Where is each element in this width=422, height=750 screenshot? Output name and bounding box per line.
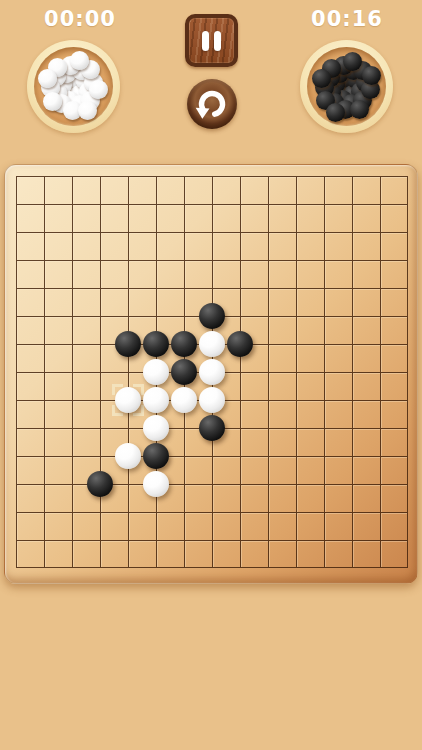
board-cell	[212, 260, 240, 288]
board-cell	[16, 428, 44, 456]
board-cell	[100, 288, 128, 316]
board-cell	[128, 288, 156, 316]
restart-icon	[191, 83, 233, 125]
board-cell	[44, 484, 72, 512]
board-cell	[380, 456, 408, 484]
board-cell	[44, 400, 72, 428]
board-cell	[72, 344, 100, 372]
board-cell	[324, 260, 352, 288]
board-cell	[240, 540, 268, 568]
board-cell	[184, 260, 212, 288]
board-cell	[128, 456, 156, 484]
board-cell	[296, 344, 324, 372]
board-cell	[268, 344, 296, 372]
board-cell	[268, 540, 296, 568]
board-cell	[352, 344, 380, 372]
black-timer: 00:16	[282, 7, 412, 31]
board-cell	[16, 400, 44, 428]
board-cell	[352, 260, 380, 288]
bowl-stone-black	[362, 66, 381, 85]
board-cell	[100, 540, 128, 568]
board-cell	[44, 512, 72, 540]
board-cell	[324, 372, 352, 400]
board-cell	[44, 260, 72, 288]
board-cell	[240, 484, 268, 512]
board-cell	[380, 344, 408, 372]
board-cell	[156, 316, 184, 344]
board-cell	[184, 484, 212, 512]
board-cell	[100, 512, 128, 540]
board-cell	[324, 428, 352, 456]
bowl-stone-black	[312, 69, 331, 88]
board-cell	[268, 456, 296, 484]
bowl-stone-white	[70, 51, 89, 70]
board-cell	[72, 372, 100, 400]
board-cell	[324, 400, 352, 428]
board-cell	[240, 288, 268, 316]
board-cell	[240, 400, 268, 428]
board-cell	[212, 232, 240, 260]
board-cell	[128, 204, 156, 232]
board-cell	[240, 260, 268, 288]
board-cell	[212, 484, 240, 512]
board-cell	[128, 260, 156, 288]
board-cell	[44, 456, 72, 484]
board-cell	[156, 400, 184, 428]
board-cell	[184, 512, 212, 540]
board-cell	[72, 176, 100, 204]
board-cell	[72, 484, 100, 512]
board-cell	[268, 316, 296, 344]
board-cell	[16, 540, 44, 568]
board-cell	[352, 484, 380, 512]
board-cell	[212, 176, 240, 204]
board-cell	[324, 540, 352, 568]
white-bowl-stones	[34, 47, 113, 126]
board-cell	[352, 288, 380, 316]
board-grid	[16, 176, 408, 568]
board-cell	[240, 232, 268, 260]
board-cell	[100, 204, 128, 232]
pause-button[interactable]	[185, 14, 238, 67]
board-cell	[268, 400, 296, 428]
pause-icon	[202, 31, 221, 51]
board-cell	[324, 288, 352, 316]
board-cell	[240, 456, 268, 484]
board-cell	[240, 204, 268, 232]
board-cell	[296, 512, 324, 540]
board-cell	[156, 344, 184, 372]
board-cell	[212, 512, 240, 540]
board-cell	[16, 512, 44, 540]
black-stone-bowl	[300, 40, 393, 133]
board-cell	[240, 316, 268, 344]
board-cell	[352, 176, 380, 204]
board-cell	[128, 344, 156, 372]
board-cell	[44, 316, 72, 344]
board-cell	[240, 428, 268, 456]
board-cell	[44, 372, 72, 400]
board-cell	[352, 540, 380, 568]
board-cell	[72, 540, 100, 568]
board-cell	[352, 232, 380, 260]
board-cell	[380, 484, 408, 512]
board-cell	[296, 540, 324, 568]
board-cell	[100, 316, 128, 344]
game-board[interactable]	[4, 164, 418, 584]
board-cell	[212, 316, 240, 344]
board-cell	[212, 288, 240, 316]
bowl-stone-black	[343, 52, 362, 71]
board-cell	[44, 428, 72, 456]
board-cell	[380, 428, 408, 456]
board-cell	[296, 260, 324, 288]
board-cell	[212, 204, 240, 232]
board-cell	[184, 400, 212, 428]
board-cell	[352, 400, 380, 428]
board-cell	[100, 260, 128, 288]
board-cell	[16, 232, 44, 260]
board-cell	[268, 512, 296, 540]
bowl-stone-white	[38, 69, 57, 88]
board-cell	[72, 288, 100, 316]
board-cell	[352, 204, 380, 232]
board-cell	[296, 428, 324, 456]
board-cell	[296, 400, 324, 428]
board-cell	[16, 288, 44, 316]
board-cell	[380, 400, 408, 428]
board-cell	[128, 176, 156, 204]
board-cell	[212, 456, 240, 484]
board-cell	[184, 176, 212, 204]
board-cell	[156, 204, 184, 232]
board-cell	[184, 428, 212, 456]
board-cell	[324, 456, 352, 484]
board-cell	[156, 512, 184, 540]
board-cell	[324, 344, 352, 372]
board-cell	[72, 204, 100, 232]
board-cell	[128, 512, 156, 540]
board-cell	[16, 316, 44, 344]
board-cell	[100, 428, 128, 456]
board-cell	[184, 540, 212, 568]
board-cell	[212, 344, 240, 372]
board-cell	[128, 540, 156, 568]
board-cell	[212, 428, 240, 456]
board-cell	[268, 204, 296, 232]
board-cell	[72, 456, 100, 484]
board-cell	[16, 344, 44, 372]
board-cell	[380, 540, 408, 568]
board-cell	[380, 316, 408, 344]
board-cell	[296, 316, 324, 344]
board-cell	[156, 372, 184, 400]
board-cell	[352, 428, 380, 456]
board-cell	[268, 232, 296, 260]
board-cell	[184, 316, 212, 344]
board-cell	[324, 512, 352, 540]
board-cell	[72, 316, 100, 344]
board-cell	[324, 484, 352, 512]
restart-button[interactable]	[187, 79, 237, 129]
board-cell	[100, 344, 128, 372]
board-cell	[380, 260, 408, 288]
board-cell	[156, 260, 184, 288]
board-cell	[184, 288, 212, 316]
board-cell	[352, 316, 380, 344]
board-cell	[380, 204, 408, 232]
board-cell	[16, 372, 44, 400]
board-cell	[184, 456, 212, 484]
board-cell	[16, 456, 44, 484]
board-cell	[296, 372, 324, 400]
board-cell	[296, 232, 324, 260]
board-cell	[268, 372, 296, 400]
board-cell	[212, 400, 240, 428]
board-cell	[156, 232, 184, 260]
board-cell	[352, 512, 380, 540]
board-cell	[128, 232, 156, 260]
board-cell	[380, 288, 408, 316]
board-cell	[184, 372, 212, 400]
board-cell	[296, 204, 324, 232]
board-cell	[156, 288, 184, 316]
board-cell	[380, 372, 408, 400]
board-cell	[44, 204, 72, 232]
bowl-stone-white	[78, 101, 97, 120]
board-cell	[16, 176, 44, 204]
board-cell	[324, 232, 352, 260]
board-cell	[296, 176, 324, 204]
board-cell	[44, 232, 72, 260]
board-cell	[268, 176, 296, 204]
board-cell	[156, 484, 184, 512]
board-cell	[72, 428, 100, 456]
board-cell	[156, 540, 184, 568]
board-cell	[100, 232, 128, 260]
board-cell	[72, 400, 100, 428]
bowl-stone-black	[326, 103, 345, 122]
board-cell	[268, 428, 296, 456]
board-cell	[324, 176, 352, 204]
board-cell	[100, 372, 128, 400]
board-cell	[44, 176, 72, 204]
board-cell	[16, 484, 44, 512]
board-cell	[100, 456, 128, 484]
board-cell	[128, 484, 156, 512]
white-stone-bowl	[27, 40, 120, 133]
board-cell	[184, 232, 212, 260]
board-cell	[324, 316, 352, 344]
board-cell	[324, 204, 352, 232]
board-cell	[16, 204, 44, 232]
bowl-stone-black	[350, 100, 369, 119]
board-cell	[184, 344, 212, 372]
board-cell	[128, 400, 156, 428]
board-cell	[352, 456, 380, 484]
board-cell	[268, 484, 296, 512]
board-cell	[240, 512, 268, 540]
board-cell	[156, 456, 184, 484]
board-cell	[44, 344, 72, 372]
bowl-stone-white	[89, 80, 108, 99]
white-timer: 00:00	[15, 7, 145, 31]
board-cell	[100, 400, 128, 428]
board-cell	[184, 204, 212, 232]
board-cell	[240, 344, 268, 372]
board-cell	[296, 484, 324, 512]
board-cell	[128, 372, 156, 400]
board-cell	[268, 260, 296, 288]
board-cell	[212, 372, 240, 400]
board-cell	[44, 540, 72, 568]
black-bowl-stones	[307, 47, 386, 126]
board-cell	[268, 288, 296, 316]
bowl-stone-white	[43, 92, 62, 111]
board-cell	[240, 372, 268, 400]
board-cell	[72, 512, 100, 540]
board-cell	[44, 288, 72, 316]
board-cell	[72, 232, 100, 260]
board-cell	[352, 372, 380, 400]
board-cell	[156, 428, 184, 456]
board-cell	[72, 260, 100, 288]
gomoku-game-screen: 00:00 00:16	[0, 0, 422, 750]
board-cell	[380, 176, 408, 204]
board-cell	[128, 428, 156, 456]
board-cell	[380, 232, 408, 260]
board-cell	[16, 260, 44, 288]
board-cell	[296, 456, 324, 484]
board-cell	[240, 176, 268, 204]
board-cell	[156, 176, 184, 204]
board-cell	[100, 484, 128, 512]
board-cell	[296, 288, 324, 316]
board-cell	[380, 512, 408, 540]
board-cell	[100, 176, 128, 204]
board-cell	[128, 316, 156, 344]
board-cell	[212, 540, 240, 568]
